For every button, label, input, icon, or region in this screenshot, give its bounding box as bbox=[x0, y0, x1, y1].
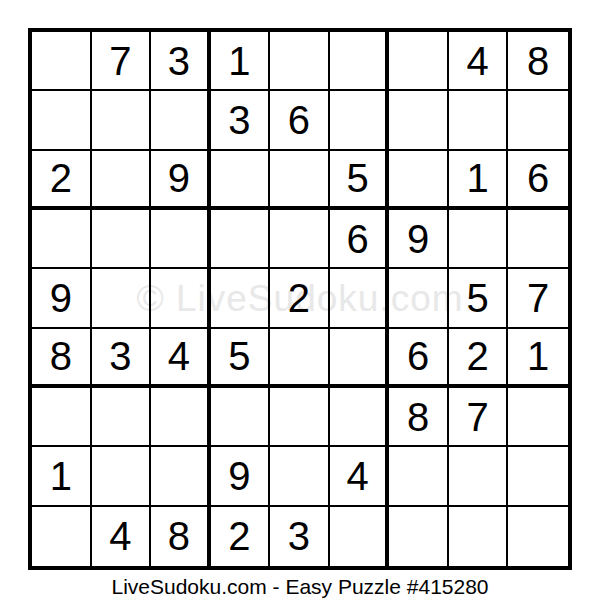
cell-r1c6[interactable] bbox=[330, 32, 390, 91]
cell-r3c4[interactable] bbox=[211, 151, 271, 210]
cell-r2c6[interactable] bbox=[330, 91, 390, 150]
cell-r7c6[interactable] bbox=[330, 388, 390, 447]
cell-r8c9[interactable] bbox=[508, 447, 568, 506]
cell-r3c8[interactable]: 1 bbox=[449, 151, 509, 210]
cell-r9c9[interactable] bbox=[508, 507, 568, 566]
cell-r3c5[interactable] bbox=[270, 151, 330, 210]
cell-r3c6[interactable]: 5 bbox=[330, 151, 390, 210]
cell-r6c3[interactable]: 4 bbox=[151, 329, 211, 388]
cell-r7c5[interactable] bbox=[270, 388, 330, 447]
cell-r8c2[interactable] bbox=[92, 447, 152, 506]
cell-r2c8[interactable] bbox=[449, 91, 509, 150]
cell-r5c5[interactable]: 2 bbox=[270, 269, 330, 328]
cell-r2c2[interactable] bbox=[92, 91, 152, 150]
cell-r3c7[interactable] bbox=[389, 151, 449, 210]
cell-r2c4[interactable]: 3 bbox=[211, 91, 271, 150]
cell-r3c3[interactable]: 9 bbox=[151, 151, 211, 210]
cell-r1c7[interactable] bbox=[389, 32, 449, 91]
cell-r2c5[interactable]: 6 bbox=[270, 91, 330, 150]
cell-r4c8[interactable] bbox=[449, 210, 509, 269]
cell-r1c5[interactable] bbox=[270, 32, 330, 91]
cell-r3c1[interactable]: 2 bbox=[32, 151, 92, 210]
sudoku-board: 7314836295166992578345621871944823 bbox=[28, 28, 572, 570]
cell-r6c1[interactable]: 8 bbox=[32, 329, 92, 388]
cell-r6c9[interactable]: 1 bbox=[508, 329, 568, 388]
cell-r7c7[interactable]: 8 bbox=[389, 388, 449, 447]
cell-r5c7[interactable] bbox=[389, 269, 449, 328]
cell-r8c1[interactable]: 1 bbox=[32, 447, 92, 506]
cell-r7c9[interactable] bbox=[508, 388, 568, 447]
cell-r7c8[interactable]: 7 bbox=[449, 388, 509, 447]
cell-r1c8[interactable]: 4 bbox=[449, 32, 509, 91]
cell-r5c3[interactable] bbox=[151, 269, 211, 328]
cell-r7c2[interactable] bbox=[92, 388, 152, 447]
cell-r5c2[interactable] bbox=[92, 269, 152, 328]
caption: LiveSudoku.com - Easy Puzzle #415280 bbox=[0, 575, 600, 599]
cell-r9c3[interactable]: 8 bbox=[151, 507, 211, 566]
cell-r4c3[interactable] bbox=[151, 210, 211, 269]
cell-r8c4[interactable]: 9 bbox=[211, 447, 271, 506]
cell-r1c2[interactable]: 7 bbox=[92, 32, 152, 91]
cell-r8c8[interactable] bbox=[449, 447, 509, 506]
cell-r4c5[interactable] bbox=[270, 210, 330, 269]
cell-r5c9[interactable]: 7 bbox=[508, 269, 568, 328]
cell-r9c1[interactable] bbox=[32, 507, 92, 566]
cell-r4c6[interactable]: 6 bbox=[330, 210, 390, 269]
cell-r8c5[interactable] bbox=[270, 447, 330, 506]
cell-r6c5[interactable] bbox=[270, 329, 330, 388]
cell-r3c2[interactable] bbox=[92, 151, 152, 210]
cell-r9c5[interactable]: 3 bbox=[270, 507, 330, 566]
cell-r6c7[interactable]: 6 bbox=[389, 329, 449, 388]
cell-r1c9[interactable]: 8 bbox=[508, 32, 568, 91]
cell-r2c9[interactable] bbox=[508, 91, 568, 150]
cell-r9c2[interactable]: 4 bbox=[92, 507, 152, 566]
cell-r1c1[interactable] bbox=[32, 32, 92, 91]
cell-r4c2[interactable] bbox=[92, 210, 152, 269]
cell-r9c6[interactable] bbox=[330, 507, 390, 566]
cell-r4c7[interactable]: 9 bbox=[389, 210, 449, 269]
cell-r6c6[interactable] bbox=[330, 329, 390, 388]
cell-r3c9[interactable]: 6 bbox=[508, 151, 568, 210]
cell-r9c4[interactable]: 2 bbox=[211, 507, 271, 566]
cell-r5c1[interactable]: 9 bbox=[32, 269, 92, 328]
cell-r5c6[interactable] bbox=[330, 269, 390, 328]
cell-r6c4[interactable]: 5 bbox=[211, 329, 271, 388]
cell-r1c4[interactable]: 1 bbox=[211, 32, 271, 91]
cell-r8c6[interactable]: 4 bbox=[330, 447, 390, 506]
cell-r2c3[interactable] bbox=[151, 91, 211, 150]
cell-r9c8[interactable] bbox=[449, 507, 509, 566]
cell-r4c9[interactable] bbox=[508, 210, 568, 269]
cell-r8c3[interactable] bbox=[151, 447, 211, 506]
cell-r6c8[interactable]: 2 bbox=[449, 329, 509, 388]
cell-r4c4[interactable] bbox=[211, 210, 271, 269]
cell-r2c7[interactable] bbox=[389, 91, 449, 150]
cell-r7c4[interactable] bbox=[211, 388, 271, 447]
cell-r1c3[interactable]: 3 bbox=[151, 32, 211, 91]
cell-r5c8[interactable]: 5 bbox=[449, 269, 509, 328]
cell-r9c7[interactable] bbox=[389, 507, 449, 566]
cell-r8c7[interactable] bbox=[389, 447, 449, 506]
cell-r4c1[interactable] bbox=[32, 210, 92, 269]
cell-r5c4[interactable] bbox=[211, 269, 271, 328]
cell-r2c1[interactable] bbox=[32, 91, 92, 150]
cell-r7c3[interactable] bbox=[151, 388, 211, 447]
cell-r7c1[interactable] bbox=[32, 388, 92, 447]
cell-r6c2[interactable]: 3 bbox=[92, 329, 152, 388]
